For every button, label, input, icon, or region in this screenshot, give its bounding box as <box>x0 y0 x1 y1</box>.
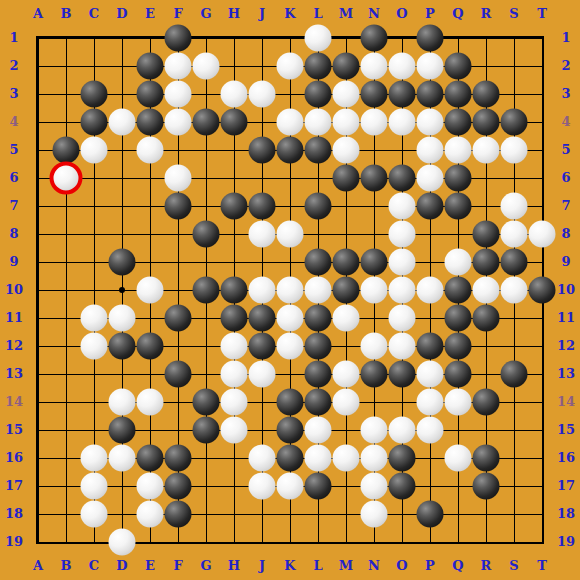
star-point <box>119 287 125 293</box>
black-stone <box>305 361 332 388</box>
row-label-right: 2 <box>554 59 578 73</box>
black-stone <box>305 389 332 416</box>
black-stone <box>417 333 444 360</box>
column-label-top: J <box>250 7 274 21</box>
black-stone <box>333 165 360 192</box>
black-stone <box>445 109 472 136</box>
white-stone <box>389 249 416 276</box>
black-stone <box>249 333 276 360</box>
black-stone <box>445 165 472 192</box>
black-stone <box>137 445 164 472</box>
black-stone <box>109 333 136 360</box>
column-label-top: L <box>306 7 330 21</box>
column-label-bottom: R <box>474 559 498 573</box>
grid-line-horizontal <box>38 514 542 515</box>
black-stone <box>501 249 528 276</box>
last-move-marker <box>50 162 83 195</box>
black-stone <box>193 389 220 416</box>
white-stone <box>501 277 528 304</box>
white-stone <box>417 361 444 388</box>
white-stone <box>81 305 108 332</box>
black-stone <box>389 81 416 108</box>
white-stone <box>445 389 472 416</box>
black-stone <box>277 137 304 164</box>
black-stone <box>361 25 388 52</box>
row-label-right: 17 <box>554 479 578 493</box>
row-label-right: 6 <box>554 171 578 185</box>
row-label-left: 16 <box>2 451 26 465</box>
black-stone <box>193 221 220 248</box>
white-stone <box>361 333 388 360</box>
row-label-right: 3 <box>554 87 578 101</box>
white-stone <box>109 109 136 136</box>
column-label-bottom: C <box>82 559 106 573</box>
white-stone <box>109 389 136 416</box>
white-stone <box>221 389 248 416</box>
white-stone <box>277 333 304 360</box>
black-stone <box>417 81 444 108</box>
column-label-top: G <box>194 7 218 21</box>
black-stone <box>445 305 472 332</box>
white-stone <box>389 417 416 444</box>
row-label-left: 2 <box>2 59 26 73</box>
black-stone <box>277 389 304 416</box>
white-stone <box>473 137 500 164</box>
row-label-left: 9 <box>2 255 26 269</box>
column-label-bottom: O <box>390 559 414 573</box>
black-stone <box>473 473 500 500</box>
white-stone <box>333 109 360 136</box>
black-stone <box>501 361 528 388</box>
white-stone <box>361 417 388 444</box>
white-stone <box>473 277 500 304</box>
black-stone <box>333 53 360 80</box>
black-stone <box>137 81 164 108</box>
black-stone <box>165 305 192 332</box>
white-stone <box>417 109 444 136</box>
white-stone <box>333 81 360 108</box>
black-stone <box>445 193 472 220</box>
row-label-right: 5 <box>554 143 578 157</box>
black-stone <box>109 249 136 276</box>
black-stone <box>53 137 80 164</box>
column-label-bottom: H <box>222 559 246 573</box>
column-label-top: A <box>26 7 50 21</box>
black-stone <box>361 361 388 388</box>
black-stone <box>221 109 248 136</box>
black-stone <box>361 249 388 276</box>
row-label-right: 8 <box>554 227 578 241</box>
column-label-top: O <box>390 7 414 21</box>
column-label-bottom: B <box>54 559 78 573</box>
row-label-left: 12 <box>2 339 26 353</box>
column-label-bottom: J <box>250 559 274 573</box>
row-label-right: 15 <box>554 423 578 437</box>
column-label-bottom: T <box>530 559 554 573</box>
white-stone <box>165 53 192 80</box>
white-stone <box>221 333 248 360</box>
black-stone <box>473 221 500 248</box>
row-label-right: 13 <box>554 367 578 381</box>
row-label-left: 10 <box>2 283 26 297</box>
white-stone <box>221 417 248 444</box>
white-stone <box>165 165 192 192</box>
black-stone <box>389 165 416 192</box>
row-label-left: 14 <box>2 395 26 409</box>
column-label-bottom: N <box>362 559 386 573</box>
white-stone <box>361 109 388 136</box>
black-stone <box>389 445 416 472</box>
white-stone <box>417 53 444 80</box>
column-label-top: R <box>474 7 498 21</box>
white-stone <box>193 53 220 80</box>
white-stone <box>249 445 276 472</box>
white-stone <box>249 277 276 304</box>
white-stone <box>333 137 360 164</box>
white-stone <box>361 473 388 500</box>
column-label-bottom: A <box>26 559 50 573</box>
black-stone <box>81 109 108 136</box>
black-stone <box>277 445 304 472</box>
row-label-right: 19 <box>554 535 578 549</box>
white-stone <box>249 361 276 388</box>
white-stone <box>277 109 304 136</box>
black-stone <box>305 305 332 332</box>
white-stone <box>81 473 108 500</box>
black-stone <box>249 137 276 164</box>
white-stone <box>389 277 416 304</box>
column-label-top: N <box>362 7 386 21</box>
black-stone <box>165 361 192 388</box>
black-stone <box>445 333 472 360</box>
white-stone <box>109 305 136 332</box>
black-stone <box>165 445 192 472</box>
black-stone <box>445 277 472 304</box>
row-label-left: 3 <box>2 87 26 101</box>
white-stone <box>81 333 108 360</box>
row-label-right: 1 <box>554 31 578 45</box>
column-label-top: P <box>418 7 442 21</box>
black-stone <box>193 277 220 304</box>
white-stone <box>305 277 332 304</box>
white-stone <box>81 445 108 472</box>
white-stone <box>333 361 360 388</box>
column-label-bottom: D <box>110 559 134 573</box>
white-stone <box>445 249 472 276</box>
white-stone <box>221 81 248 108</box>
white-stone <box>389 109 416 136</box>
white-stone <box>81 137 108 164</box>
black-stone <box>417 193 444 220</box>
black-stone <box>305 53 332 80</box>
row-label-left: 8 <box>2 227 26 241</box>
black-stone <box>473 81 500 108</box>
white-stone <box>333 445 360 472</box>
black-stone <box>165 501 192 528</box>
row-label-right: 11 <box>554 311 578 325</box>
white-stone <box>305 417 332 444</box>
white-stone <box>445 137 472 164</box>
white-stone <box>249 473 276 500</box>
black-stone <box>473 109 500 136</box>
white-stone <box>389 53 416 80</box>
white-stone <box>417 277 444 304</box>
black-stone <box>529 277 556 304</box>
white-stone <box>333 305 360 332</box>
black-stone <box>305 193 332 220</box>
white-stone <box>417 137 444 164</box>
column-label-top: K <box>278 7 302 21</box>
white-stone <box>305 109 332 136</box>
white-stone <box>417 389 444 416</box>
black-stone <box>445 53 472 80</box>
white-stone <box>333 389 360 416</box>
white-stone <box>137 389 164 416</box>
white-stone <box>417 417 444 444</box>
white-stone <box>305 25 332 52</box>
black-stone <box>305 81 332 108</box>
white-stone <box>277 473 304 500</box>
row-label-left: 7 <box>2 199 26 213</box>
row-label-left: 5 <box>2 143 26 157</box>
black-stone <box>165 473 192 500</box>
black-stone <box>221 193 248 220</box>
white-stone <box>277 221 304 248</box>
black-stone <box>361 81 388 108</box>
white-stone <box>501 221 528 248</box>
black-stone <box>305 249 332 276</box>
black-stone <box>473 305 500 332</box>
white-stone <box>529 221 556 248</box>
black-stone <box>249 305 276 332</box>
black-stone <box>137 333 164 360</box>
column-label-bottom: K <box>278 559 302 573</box>
column-label-bottom: M <box>334 559 358 573</box>
black-stone <box>361 165 388 192</box>
white-stone <box>137 277 164 304</box>
white-stone <box>277 305 304 332</box>
black-stone <box>221 277 248 304</box>
white-stone <box>165 109 192 136</box>
white-stone <box>389 221 416 248</box>
black-stone <box>109 417 136 444</box>
row-label-right: 18 <box>554 507 578 521</box>
column-label-bottom: F <box>166 559 190 573</box>
column-label-bottom: S <box>502 559 526 573</box>
black-stone <box>193 109 220 136</box>
black-stone <box>305 333 332 360</box>
white-stone <box>109 529 136 556</box>
black-stone <box>137 109 164 136</box>
black-stone <box>221 305 248 332</box>
black-stone <box>389 473 416 500</box>
white-stone <box>389 193 416 220</box>
black-stone <box>417 501 444 528</box>
column-label-top: E <box>138 7 162 21</box>
black-stone <box>445 81 472 108</box>
row-label-right: 16 <box>554 451 578 465</box>
column-label-bottom: G <box>194 559 218 573</box>
white-stone <box>109 445 136 472</box>
white-stone <box>221 361 248 388</box>
white-stone <box>137 137 164 164</box>
white-stone <box>277 277 304 304</box>
white-stone <box>249 81 276 108</box>
black-stone <box>193 417 220 444</box>
row-label-right: 7 <box>554 199 578 213</box>
black-stone <box>473 389 500 416</box>
column-label-top: F <box>166 7 190 21</box>
white-stone <box>501 137 528 164</box>
black-stone <box>389 361 416 388</box>
white-stone <box>361 277 388 304</box>
black-stone <box>305 137 332 164</box>
white-stone <box>361 501 388 528</box>
white-stone <box>417 165 444 192</box>
row-label-right: 12 <box>554 339 578 353</box>
white-stone <box>445 445 472 472</box>
column-label-top: M <box>334 7 358 21</box>
column-label-bottom: Q <box>446 559 470 573</box>
white-stone <box>165 81 192 108</box>
row-label-left: 1 <box>2 31 26 45</box>
row-label-left: 11 <box>2 311 26 325</box>
black-stone <box>137 53 164 80</box>
black-stone <box>333 277 360 304</box>
white-stone <box>361 53 388 80</box>
row-label-left: 15 <box>2 423 26 437</box>
black-stone <box>277 417 304 444</box>
white-stone <box>305 445 332 472</box>
black-stone <box>165 25 192 52</box>
column-label-top: Q <box>446 7 470 21</box>
black-stone <box>81 81 108 108</box>
white-stone <box>277 53 304 80</box>
column-label-top: T <box>530 7 554 21</box>
column-label-top: H <box>222 7 246 21</box>
column-label-top: B <box>54 7 78 21</box>
black-stone <box>305 473 332 500</box>
row-label-left: 18 <box>2 507 26 521</box>
column-label-top: C <box>82 7 106 21</box>
go-board[interactable]: AABBCCDDEEFFGGHHJJKKLLMMNNOOPPQQRRSSTT11… <box>0 0 580 580</box>
column-label-bottom: L <box>306 559 330 573</box>
white-stone <box>361 445 388 472</box>
row-label-right: 14 <box>554 395 578 409</box>
white-stone <box>249 221 276 248</box>
row-label-right: 10 <box>554 283 578 297</box>
row-label-left: 6 <box>2 171 26 185</box>
white-stone <box>81 501 108 528</box>
black-stone <box>165 193 192 220</box>
white-stone <box>137 501 164 528</box>
column-label-top: D <box>110 7 134 21</box>
black-stone <box>417 25 444 52</box>
row-label-right: 4 <box>554 115 578 129</box>
row-label-left: 19 <box>2 535 26 549</box>
white-stone <box>389 305 416 332</box>
column-label-top: S <box>502 7 526 21</box>
column-label-bottom: P <box>418 559 442 573</box>
black-stone <box>473 249 500 276</box>
black-stone <box>501 109 528 136</box>
row-label-left: 17 <box>2 479 26 493</box>
white-stone <box>137 473 164 500</box>
black-stone <box>473 445 500 472</box>
black-stone <box>445 361 472 388</box>
black-stone <box>249 193 276 220</box>
white-stone <box>389 333 416 360</box>
row-label-left: 13 <box>2 367 26 381</box>
black-stone <box>333 249 360 276</box>
row-label-left: 4 <box>2 115 26 129</box>
white-stone <box>501 193 528 220</box>
column-label-bottom: E <box>138 559 162 573</box>
row-label-right: 9 <box>554 255 578 269</box>
